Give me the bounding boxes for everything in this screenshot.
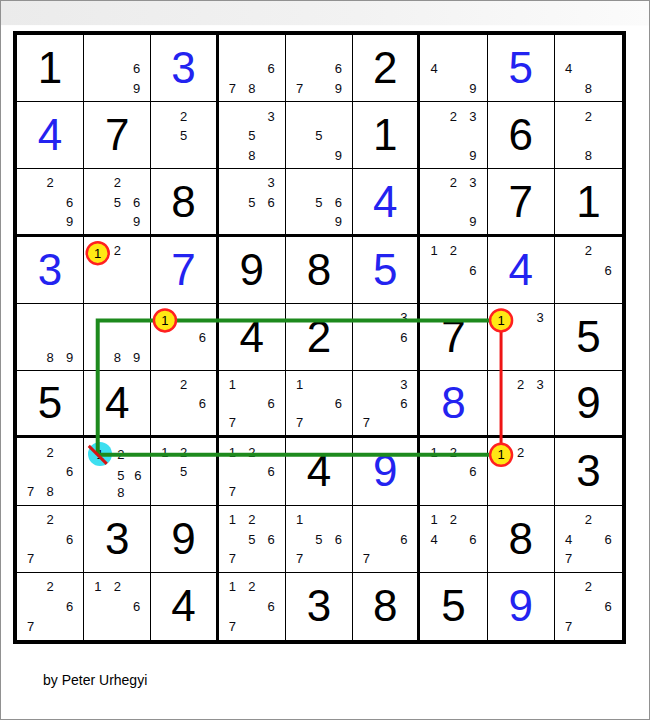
candidate-7: 7 bbox=[559, 617, 579, 637]
cell-value-solved: 5 bbox=[353, 237, 417, 303]
candidate-2: 2 bbox=[108, 241, 127, 261]
candidates: 49 bbox=[420, 35, 486, 101]
candidate-1: 1 bbox=[223, 577, 242, 597]
candidates: 1567 bbox=[286, 506, 352, 572]
candidates: 1246 bbox=[420, 506, 486, 572]
cell-value-given: 2 bbox=[353, 35, 417, 101]
candidate-9: 9 bbox=[463, 146, 482, 166]
candidates: 89 bbox=[17, 304, 83, 370]
candidate-1: 1 bbox=[223, 375, 242, 394]
candidate-4: 4 bbox=[559, 529, 579, 549]
candidate-8: 8 bbox=[40, 482, 59, 502]
candidates: 569 bbox=[286, 169, 352, 233]
cell-r2c3[interactable]: 25 bbox=[151, 102, 218, 169]
candidate-2: 2 bbox=[108, 577, 127, 597]
candidate-3: 3 bbox=[261, 173, 280, 192]
candidates: 12567 bbox=[219, 506, 285, 572]
cell-value-given: 4 bbox=[219, 304, 285, 370]
cell-value-given: 9 bbox=[219, 237, 285, 303]
candidate-1: 1 bbox=[492, 442, 511, 462]
candidate-2: 2 bbox=[579, 510, 599, 530]
cell-value-solved: 7 bbox=[151, 237, 215, 303]
cell-value-given: 3 bbox=[286, 573, 352, 640]
candidate-6: 6 bbox=[598, 597, 618, 617]
cell-r1c3[interactable]: 3 bbox=[151, 35, 218, 102]
candidate-5: 5 bbox=[242, 193, 261, 212]
candidate-6: 6 bbox=[129, 466, 146, 484]
cell-r4c5[interactable]: 8 bbox=[286, 237, 353, 304]
cell-value-given: 7 bbox=[84, 102, 150, 168]
candidate-1: 1 bbox=[155, 308, 174, 328]
cell-value-given: 7 bbox=[488, 169, 554, 233]
candidate-6: 6 bbox=[261, 529, 280, 549]
candidate-7: 7 bbox=[223, 413, 242, 432]
candidates: 48 bbox=[555, 35, 622, 101]
cell-value-solved: 4 bbox=[488, 237, 554, 303]
cell-value-given: 4 bbox=[286, 438, 352, 504]
candidate-6: 6 bbox=[329, 59, 348, 79]
candidates: 167 bbox=[219, 371, 285, 435]
candidates: 358 bbox=[219, 102, 285, 168]
candidate-6: 6 bbox=[463, 260, 482, 280]
candidate-9: 9 bbox=[127, 212, 146, 231]
cell-r9c3[interactable]: 4 bbox=[151, 573, 218, 640]
cell-r4c9[interactable]: 26 bbox=[555, 237, 622, 304]
candidate-1: 1 bbox=[424, 442, 443, 462]
cell-r6c9[interactable]: 9 bbox=[555, 371, 622, 438]
cell-value-given: 4 bbox=[151, 573, 215, 640]
candidate-5: 5 bbox=[174, 126, 193, 146]
cell-r8c7[interactable]: 1246 bbox=[420, 506, 487, 573]
candidates: 239 bbox=[420, 169, 486, 233]
cell-value-given: 3 bbox=[84, 506, 150, 572]
candidate-2: 2 bbox=[444, 510, 463, 530]
cell-r4c4[interactable]: 9 bbox=[219, 237, 286, 304]
candidates: 2467 bbox=[555, 506, 622, 572]
cell-value-given: 3 bbox=[555, 438, 622, 504]
cell-r7c8[interactable]: 12 bbox=[488, 438, 555, 505]
cell-r2c9[interactable]: 28 bbox=[555, 102, 622, 169]
candidate-7: 7 bbox=[290, 78, 309, 98]
cell-r6c6[interactable]: 367 bbox=[353, 371, 420, 438]
candidate-5: 5 bbox=[309, 529, 328, 549]
cell-value-given: 6 bbox=[488, 102, 554, 168]
candidate-6: 6 bbox=[261, 597, 280, 617]
candidate-9: 9 bbox=[127, 78, 146, 98]
candidates: 2678 bbox=[17, 438, 83, 504]
cell-value-given: 1 bbox=[555, 169, 622, 233]
candidate-9: 9 bbox=[463, 78, 482, 98]
cell-r5c2[interactable]: 89 bbox=[84, 304, 151, 371]
candidate-7: 7 bbox=[223, 549, 242, 569]
cell-r9c2[interactable]: 126 bbox=[84, 573, 151, 640]
candidates: 69 bbox=[84, 35, 150, 101]
candidates: 269 bbox=[17, 169, 83, 233]
cell-r6c5[interactable]: 167 bbox=[286, 371, 353, 438]
candidate-1: 1 bbox=[424, 510, 443, 530]
candidate-5: 5 bbox=[112, 466, 129, 484]
cell-r4c8[interactable]: 4 bbox=[488, 237, 555, 304]
candidate-6: 6 bbox=[127, 193, 146, 212]
candidate-8: 8 bbox=[108, 347, 127, 367]
candidate-7: 7 bbox=[223, 482, 242, 502]
candidate-5: 5 bbox=[309, 193, 328, 212]
candidate-6: 6 bbox=[598, 529, 618, 549]
sudoku-app: 1693678679249548472535859123962826925698… bbox=[0, 0, 650, 720]
cell-r6c8[interactable]: 23 bbox=[488, 371, 555, 438]
cell-value-solved: 9 bbox=[488, 573, 554, 640]
candidate-6: 6 bbox=[598, 260, 618, 280]
candidate-8: 8 bbox=[579, 78, 599, 98]
cell-r8c4[interactable]: 12567 bbox=[219, 506, 286, 573]
cell-value-given: 5 bbox=[17, 371, 83, 435]
cell-value-solved: 5 bbox=[488, 35, 554, 101]
candidate-9: 9 bbox=[60, 212, 79, 231]
cell-value-given: 2 bbox=[286, 304, 352, 370]
candidate-6: 6 bbox=[395, 394, 414, 413]
candidate-2: 2 bbox=[511, 375, 530, 394]
candidate-5: 5 bbox=[242, 529, 261, 549]
candidates: 12568 bbox=[84, 438, 150, 504]
candidate-1: 1 bbox=[492, 308, 511, 328]
candidate-4: 4 bbox=[424, 59, 443, 79]
candidate-1: 1 bbox=[223, 510, 242, 530]
cell-r1c6[interactable]: 2 bbox=[353, 35, 420, 102]
cell-value-given: 1 bbox=[17, 35, 83, 101]
cell-r6c3[interactable]: 26 bbox=[151, 371, 218, 438]
cell-r7c6[interactable]: 9 bbox=[353, 438, 420, 505]
candidate-6: 6 bbox=[127, 59, 146, 79]
cell-r7c2[interactable]: 12568 bbox=[84, 438, 151, 505]
cell-value-given: 8 bbox=[151, 169, 215, 233]
candidate-3: 3 bbox=[395, 375, 414, 394]
candidate-8: 8 bbox=[242, 146, 261, 166]
candidates: 126 bbox=[84, 573, 150, 640]
candidates: 125 bbox=[151, 438, 215, 504]
cell-value-given: 9 bbox=[555, 371, 622, 435]
cell-r1c5[interactable]: 679 bbox=[286, 35, 353, 102]
candidate-1: 1 bbox=[88, 577, 107, 597]
eliminated-candidate-highlight: 1 bbox=[88, 442, 112, 466]
candidate-9: 9 bbox=[329, 146, 348, 166]
cell-r8c6[interactable]: 67 bbox=[353, 506, 420, 573]
cell-r5c9[interactable]: 5 bbox=[555, 304, 622, 371]
candidate-7: 7 bbox=[290, 413, 309, 432]
candidates: 167 bbox=[286, 371, 352, 435]
cell-r1c1[interactable]: 1 bbox=[17, 35, 84, 102]
candidate-2: 2 bbox=[444, 241, 463, 261]
cell-r1c4[interactable]: 678 bbox=[219, 35, 286, 102]
cell-r9c5[interactable]: 3 bbox=[286, 573, 353, 640]
cell-r9c7[interactable]: 5 bbox=[420, 573, 487, 640]
cell-value-solved: 4 bbox=[17, 102, 83, 168]
cell-r4c1[interactable]: 3 bbox=[17, 237, 84, 304]
cell-r2c8[interactable]: 6 bbox=[488, 102, 555, 169]
candidate-8: 8 bbox=[579, 146, 599, 166]
cell-r2c1[interactable]: 4 bbox=[17, 102, 84, 169]
candidate-9: 9 bbox=[60, 347, 79, 367]
candidate-2: 2 bbox=[242, 442, 261, 462]
candidates: 367 bbox=[353, 371, 417, 435]
cell-value-solved: 4 bbox=[353, 169, 417, 233]
candidate-2: 2 bbox=[579, 577, 599, 597]
cell-value-given: 9 bbox=[151, 506, 215, 572]
top-strip bbox=[1, 1, 649, 26]
candidate-9: 9 bbox=[127, 347, 146, 367]
cell-r2c5[interactable]: 59 bbox=[286, 102, 353, 169]
cell-r4c7[interactable]: 126 bbox=[420, 237, 487, 304]
cell-r2c7[interactable]: 239 bbox=[420, 102, 487, 169]
candidate-6: 6 bbox=[329, 394, 348, 413]
candidates: 267 bbox=[555, 573, 622, 640]
candidate-7: 7 bbox=[223, 78, 242, 98]
candidate-9: 9 bbox=[329, 212, 348, 231]
cell-r2c6[interactable]: 1 bbox=[353, 102, 420, 169]
candidate-7: 7 bbox=[21, 482, 40, 502]
cell-r2c4[interactable]: 358 bbox=[219, 102, 286, 169]
candidate-3: 3 bbox=[530, 308, 549, 328]
candidate-2: 2 bbox=[112, 442, 129, 466]
cell-r9c9[interactable]: 267 bbox=[555, 573, 622, 640]
cell-r7c4[interactable]: 1267 bbox=[219, 438, 286, 505]
candidates: 126 bbox=[420, 438, 486, 504]
candidate-3: 3 bbox=[395, 308, 414, 328]
candidate-3: 3 bbox=[463, 173, 482, 192]
cell-value-solved: 8 bbox=[420, 371, 486, 435]
candidates: 89 bbox=[84, 304, 150, 370]
candidate-1: 1 bbox=[223, 442, 242, 462]
candidate-2: 2 bbox=[242, 510, 261, 530]
candidate-7: 7 bbox=[357, 413, 376, 432]
candidates: 12 bbox=[84, 237, 150, 303]
candidate-6: 6 bbox=[60, 529, 79, 549]
candidate-6: 6 bbox=[193, 328, 212, 348]
candidates: 1267 bbox=[219, 573, 285, 640]
candidate-1: 1 bbox=[290, 510, 309, 530]
cell-r3c1[interactable]: 269 bbox=[17, 169, 84, 236]
cell-value-given: 8 bbox=[353, 573, 417, 640]
candidate-6: 6 bbox=[329, 193, 348, 212]
candidates: 13 bbox=[488, 304, 554, 370]
cell-r4c6[interactable]: 5 bbox=[353, 237, 420, 304]
candidate-4: 4 bbox=[559, 59, 579, 79]
cell-r9c4[interactable]: 1267 bbox=[219, 573, 286, 640]
cell-r9c1[interactable]: 267 bbox=[17, 573, 84, 640]
candidate-7: 7 bbox=[290, 549, 309, 569]
candidate-6: 6 bbox=[261, 59, 280, 79]
cell-r5c5[interactable]: 2 bbox=[286, 304, 353, 371]
cell-r3c2[interactable]: 2569 bbox=[84, 169, 151, 236]
cell-r5c8[interactable]: 13 bbox=[488, 304, 555, 371]
candidates: 25 bbox=[151, 102, 215, 168]
cell-r1c7[interactable]: 49 bbox=[420, 35, 487, 102]
cell-r8c5[interactable]: 1567 bbox=[286, 506, 353, 573]
candidate-2: 2 bbox=[579, 241, 599, 261]
cell-r3c8[interactable]: 7 bbox=[488, 169, 555, 236]
cell-value-given: 8 bbox=[488, 506, 554, 572]
candidate-1: 1 bbox=[88, 442, 112, 466]
candidate-2: 2 bbox=[40, 510, 59, 530]
candidate-9: 9 bbox=[463, 212, 482, 231]
candidate-2: 2 bbox=[40, 577, 59, 597]
cell-r7c3[interactable]: 125 bbox=[151, 438, 218, 505]
cell-r6c7[interactable]: 8 bbox=[420, 371, 487, 438]
cell-r6c2[interactable]: 4 bbox=[84, 371, 151, 438]
candidates: 36 bbox=[353, 304, 417, 370]
candidate-2: 2 bbox=[108, 173, 127, 192]
candidate-5: 5 bbox=[242, 126, 261, 146]
candidate-2: 2 bbox=[174, 442, 193, 462]
cell-value-solved: 3 bbox=[17, 237, 83, 303]
candidate-8: 8 bbox=[112, 484, 129, 502]
candidate-2: 2 bbox=[40, 442, 59, 462]
cell-r8c3[interactable]: 9 bbox=[151, 506, 218, 573]
candidate-1: 1 bbox=[424, 241, 443, 261]
cell-r3c3[interactable]: 8 bbox=[151, 169, 218, 236]
candidate-7: 7 bbox=[357, 549, 376, 569]
candidate-6: 6 bbox=[395, 328, 414, 348]
candidate-6: 6 bbox=[127, 597, 146, 617]
candidate-6: 6 bbox=[463, 529, 482, 549]
candidate-2: 2 bbox=[174, 375, 193, 394]
cell-r9c6[interactable]: 8 bbox=[353, 573, 420, 640]
candidate-6: 6 bbox=[329, 529, 348, 549]
candidate-2: 2 bbox=[174, 106, 193, 126]
cell-r8c8[interactable]: 8 bbox=[488, 506, 555, 573]
candidate-2: 2 bbox=[444, 173, 463, 192]
candidate-2: 2 bbox=[40, 173, 59, 192]
cell-r3c9[interactable]: 1 bbox=[555, 169, 622, 236]
cell-value-solved: 9 bbox=[353, 438, 417, 504]
sudoku-board: 1693678679249548472535859123962826925698… bbox=[13, 31, 626, 644]
candidates: 678 bbox=[219, 35, 285, 101]
candidates: 12 bbox=[488, 438, 554, 504]
cell-r5c6[interactable]: 36 bbox=[353, 304, 420, 371]
candidates: 28 bbox=[555, 102, 622, 168]
cell-value-given: 8 bbox=[286, 237, 352, 303]
cell-r3c6[interactable]: 4 bbox=[353, 169, 420, 236]
candidate-3: 3 bbox=[261, 106, 280, 126]
candidates: 267 bbox=[17, 506, 83, 572]
candidate-2: 2 bbox=[444, 442, 463, 462]
candidate-6: 6 bbox=[60, 597, 79, 617]
candidate-1: 1 bbox=[88, 241, 107, 261]
candidate-2: 2 bbox=[242, 577, 261, 597]
candidate-2: 2 bbox=[444, 106, 463, 126]
cell-value-given: 1 bbox=[353, 102, 417, 168]
candidate-5: 5 bbox=[309, 126, 328, 146]
cell-r7c1[interactable]: 2678 bbox=[17, 438, 84, 505]
candidate-9: 9 bbox=[329, 78, 348, 98]
cell-r1c9[interactable]: 48 bbox=[555, 35, 622, 102]
cell-value-solved: 3 bbox=[151, 35, 215, 101]
cell-r2c2[interactable]: 7 bbox=[84, 102, 151, 169]
candidate-7: 7 bbox=[559, 549, 579, 569]
cell-value-given: 5 bbox=[555, 304, 622, 370]
candidate-8: 8 bbox=[40, 347, 59, 367]
candidates: 239 bbox=[420, 102, 486, 168]
candidates: 26 bbox=[555, 237, 622, 303]
candidate-4: 4 bbox=[424, 529, 443, 549]
cell-value-given: 7 bbox=[420, 304, 486, 370]
candidates: 2569 bbox=[84, 169, 150, 233]
candidates: 23 bbox=[488, 371, 554, 435]
cell-r9c8[interactable]: 9 bbox=[488, 573, 555, 640]
candidates: 26 bbox=[151, 371, 215, 435]
candidate-1: 1 bbox=[290, 375, 309, 394]
candidate-6: 6 bbox=[261, 394, 280, 413]
cell-r4c2[interactable]: 12 bbox=[84, 237, 151, 304]
cell-value-given: 4 bbox=[84, 371, 150, 435]
cell-r8c2[interactable]: 3 bbox=[84, 506, 151, 573]
cell-r6c1[interactable]: 5 bbox=[17, 371, 84, 438]
candidates: 356 bbox=[219, 169, 285, 233]
candidates: 16 bbox=[151, 304, 215, 370]
cell-r7c9[interactable]: 3 bbox=[555, 438, 622, 505]
cell-r6c4[interactable]: 167 bbox=[219, 371, 286, 438]
candidate-6: 6 bbox=[193, 394, 212, 413]
candidate-2: 2 bbox=[579, 106, 599, 126]
cell-r5c3[interactable]: 16 bbox=[151, 304, 218, 371]
candidate-6: 6 bbox=[261, 462, 280, 482]
cell-r1c8[interactable]: 5 bbox=[488, 35, 555, 102]
candidate-5: 5 bbox=[174, 462, 193, 482]
candidate-7: 7 bbox=[21, 617, 40, 637]
candidate-3: 3 bbox=[463, 106, 482, 126]
candidate-1: 1 bbox=[155, 442, 174, 462]
candidate-6: 6 bbox=[261, 193, 280, 212]
cell-r5c1[interactable]: 89 bbox=[17, 304, 84, 371]
cell-r8c1[interactable]: 267 bbox=[17, 506, 84, 573]
candidate-2: 2 bbox=[511, 442, 530, 462]
cell-r4c3[interactable]: 7 bbox=[151, 237, 218, 304]
cell-r3c7[interactable]: 239 bbox=[420, 169, 487, 236]
candidate-3: 3 bbox=[530, 375, 549, 394]
candidate-6: 6 bbox=[463, 462, 482, 482]
candidates: 67 bbox=[353, 506, 417, 572]
candidate-6: 6 bbox=[395, 529, 414, 549]
cell-value-given: 5 bbox=[420, 573, 486, 640]
candidate-7: 7 bbox=[223, 617, 242, 637]
cell-r7c7[interactable]: 126 bbox=[420, 438, 487, 505]
candidate-5: 5 bbox=[108, 193, 127, 212]
candidates: 267 bbox=[17, 573, 83, 640]
candidates: 59 bbox=[286, 102, 352, 168]
candidate-7: 7 bbox=[21, 549, 40, 569]
candidate-6: 6 bbox=[60, 462, 79, 482]
cell-r3c4[interactable]: 356 bbox=[219, 169, 286, 236]
candidates: 1267 bbox=[219, 438, 285, 504]
cell-r3c5[interactable]: 569 bbox=[286, 169, 353, 236]
cell-r5c4[interactable]: 4 bbox=[219, 304, 286, 371]
candidate-6: 6 bbox=[60, 193, 79, 212]
credit-text: by Peter Urhegyi bbox=[43, 672, 147, 688]
candidate-8: 8 bbox=[242, 78, 261, 98]
cell-r7c5[interactable]: 4 bbox=[286, 438, 353, 505]
candidates: 679 bbox=[286, 35, 352, 101]
cell-r5c7[interactable]: 7 bbox=[420, 304, 487, 371]
cell-r1c2[interactable]: 69 bbox=[84, 35, 151, 102]
candidates: 126 bbox=[420, 237, 486, 303]
cell-r8c9[interactable]: 2467 bbox=[555, 506, 622, 573]
